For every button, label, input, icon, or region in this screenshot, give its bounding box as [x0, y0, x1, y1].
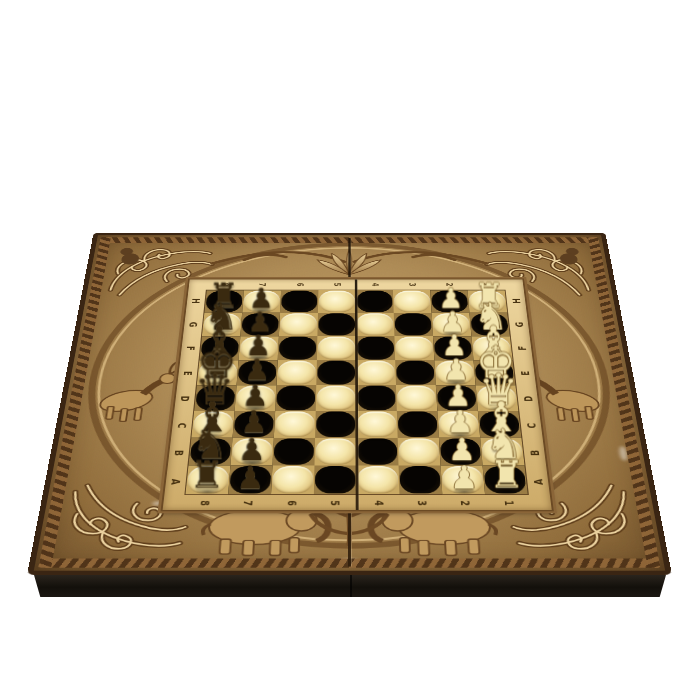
file-label: F — [170, 343, 210, 353]
square-c5[interactable] — [315, 411, 356, 438]
square-surface — [396, 361, 435, 385]
square-b6[interactable] — [272, 438, 315, 466]
rank-label: 3 — [413, 488, 433, 518]
photo-background: 87654321 87654321 ABCDEFGH ABCDEFGH ♜♟♟♜… — [0, 0, 700, 700]
square-c4[interactable] — [356, 411, 397, 438]
rank-label: 7 — [239, 488, 259, 518]
file-label: A — [516, 475, 560, 487]
square-surface — [357, 412, 397, 438]
square-surface — [315, 438, 355, 464]
square-surface — [357, 337, 395, 360]
square-surface — [357, 313, 394, 335]
chess-board: 87654321 87654321 ABCDEFGH ABCDEFGH ♜♟♟♜… — [161, 279, 554, 512]
square-surface — [318, 337, 355, 360]
square-surface — [279, 337, 317, 360]
file-label: B — [513, 447, 557, 459]
square-surface — [277, 361, 316, 385]
file-label: H — [176, 296, 215, 306]
rank-label: 8 — [195, 488, 216, 518]
square-g5[interactable] — [317, 313, 356, 336]
square-b5[interactable] — [314, 438, 356, 466]
square-h6[interactable] — [280, 290, 318, 313]
square-b4[interactable] — [356, 438, 398, 466]
file-label: E — [505, 368, 546, 379]
rank-label: 5 — [326, 488, 344, 518]
square-surface — [319, 291, 355, 313]
square-d3[interactable] — [396, 385, 437, 411]
square-surface — [395, 313, 433, 335]
square-surface — [357, 361, 395, 385]
rank-label: 1 — [499, 488, 520, 518]
box-base-edge — [34, 575, 666, 597]
file-label: H — [497, 296, 536, 306]
carved-frame: 87654321 87654321 ABCDEFGH ABCDEFGH ♜♟♟♜… — [27, 233, 672, 575]
square-surface — [357, 438, 397, 464]
file-label: G — [499, 319, 539, 329]
square-surface — [316, 412, 355, 438]
chess-box: 87654321 87654321 ABCDEFGH ABCDEFGH ♜♟♟♜… — [27, 233, 672, 575]
square-h4[interactable] — [356, 290, 394, 313]
file-label: D — [507, 393, 549, 404]
square-surface — [318, 313, 355, 335]
perspective-wrapper: 87654321 87654321 ABCDEFGH ABCDEFGH ♜♟♟♜… — [27, 0, 672, 575]
square-f3[interactable] — [394, 336, 434, 360]
square-g3[interactable] — [394, 313, 433, 336]
square-d5[interactable] — [316, 385, 357, 411]
square-b3[interactable] — [398, 438, 441, 466]
square-g6[interactable] — [279, 313, 318, 336]
rank-label: 4 — [370, 488, 389, 518]
square-h3[interactable] — [393, 290, 432, 313]
square-surface — [275, 412, 315, 438]
file-label: B — [157, 447, 200, 459]
file-label: F — [502, 343, 543, 353]
rank-label: 6 — [282, 488, 301, 518]
square-d6[interactable] — [275, 385, 316, 411]
square-surface — [394, 291, 431, 313]
square-surface — [281, 291, 318, 313]
square-surface — [280, 313, 317, 335]
square-surface — [273, 438, 314, 464]
square-f6[interactable] — [278, 336, 318, 360]
square-c6[interactable] — [274, 411, 316, 438]
square-g4[interactable] — [356, 313, 395, 336]
file-label: D — [164, 393, 206, 404]
square-d4[interactable] — [356, 385, 397, 411]
square-h5[interactable] — [318, 290, 356, 313]
square-surface — [399, 438, 440, 464]
square-surface — [395, 337, 433, 360]
square-f4[interactable] — [356, 336, 395, 360]
file-label: A — [154, 475, 198, 487]
square-surface — [317, 361, 355, 385]
rank-label: 2 — [456, 488, 476, 518]
square-f5[interactable] — [317, 336, 356, 360]
file-label: E — [167, 368, 208, 379]
square-surface — [357, 291, 393, 313]
file-label: G — [173, 319, 213, 329]
file-label: C — [161, 420, 204, 431]
square-c3[interactable] — [397, 411, 439, 438]
file-label: C — [510, 420, 553, 431]
square-surface — [398, 412, 438, 438]
